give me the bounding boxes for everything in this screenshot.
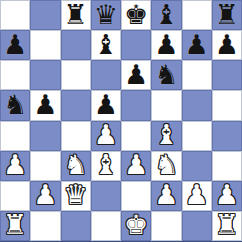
square-h1[interactable]: ♜ (212, 211, 242, 241)
square-h7[interactable]: ♟ (212, 30, 242, 60)
square-b1[interactable] (30, 211, 60, 241)
square-h2[interactable]: ♟ (212, 181, 242, 211)
piece-black-pawn[interactable]: ♟ (154, 31, 178, 58)
piece-white-pawn[interactable]: ♟ (3, 151, 27, 178)
piece-black-pawn[interactable]: ♟ (3, 31, 27, 58)
square-b5[interactable]: ♟ (30, 90, 60, 120)
square-g7[interactable]: ♟ (182, 30, 212, 60)
square-d6[interactable] (91, 60, 121, 90)
square-b3[interactable] (30, 151, 60, 181)
piece-white-rook[interactable]: ♜ (215, 211, 239, 238)
piece-black-bishop[interactable]: ♝ (94, 31, 118, 58)
piece-black-pawn[interactable]: ♟ (94, 91, 118, 118)
square-e1[interactable]: ♚ (121, 211, 151, 241)
piece-black-rook[interactable]: ♜ (64, 1, 88, 28)
square-d5[interactable]: ♟ (91, 90, 121, 120)
square-f4[interactable]: ♝ (151, 121, 181, 151)
piece-white-queen[interactable]: ♛ (64, 181, 88, 208)
square-a6[interactable] (0, 60, 30, 90)
square-c4[interactable] (61, 121, 91, 151)
square-a1[interactable]: ♜ (0, 211, 30, 241)
square-c5[interactable] (61, 90, 91, 120)
square-e7[interactable] (121, 30, 151, 60)
piece-white-pawn[interactable]: ♟ (154, 181, 178, 208)
square-b7[interactable] (30, 30, 60, 60)
piece-white-pawn[interactable]: ♟ (94, 121, 118, 148)
square-f7[interactable]: ♟ (151, 30, 181, 60)
square-d2[interactable] (91, 181, 121, 211)
square-b6[interactable] (30, 60, 60, 90)
square-h6[interactable] (212, 60, 242, 90)
square-e6[interactable]: ♟ (121, 60, 151, 90)
square-b4[interactable] (30, 121, 60, 151)
chess-board: ♜♛♚♝♜♟♝♟♟♟♟♞♞♟♟♟♝♟♞♝♟♞♟♛♟♟♟♜♚♜ (0, 0, 242, 242)
piece-white-bishop[interactable]: ♝ (94, 151, 118, 178)
square-c8[interactable]: ♜ (61, 0, 91, 30)
square-h5[interactable] (212, 90, 242, 120)
square-c7[interactable] (61, 30, 91, 60)
square-f5[interactable] (151, 90, 181, 120)
square-d1[interactable] (91, 211, 121, 241)
piece-white-knight[interactable]: ♞ (154, 151, 178, 178)
square-g4[interactable] (182, 121, 212, 151)
square-c2[interactable]: ♛ (61, 181, 91, 211)
square-c1[interactable] (61, 211, 91, 241)
square-g2[interactable]: ♟ (182, 181, 212, 211)
square-f8[interactable]: ♝ (151, 0, 181, 30)
square-d8[interactable]: ♛ (91, 0, 121, 30)
piece-white-pawn[interactable]: ♟ (124, 151, 148, 178)
square-a8[interactable] (0, 0, 30, 30)
square-d4[interactable]: ♟ (91, 121, 121, 151)
square-a5[interactable]: ♞ (0, 90, 30, 120)
square-e3[interactable]: ♟ (121, 151, 151, 181)
piece-black-pawn[interactable]: ♟ (185, 31, 209, 58)
square-c6[interactable] (61, 60, 91, 90)
square-a3[interactable]: ♟ (0, 151, 30, 181)
square-c3[interactable]: ♞ (61, 151, 91, 181)
square-h3[interactable] (212, 151, 242, 181)
piece-black-rook[interactable]: ♜ (215, 1, 239, 28)
square-a7[interactable]: ♟ (0, 30, 30, 60)
piece-white-knight[interactable]: ♞ (64, 151, 88, 178)
square-b2[interactable]: ♟ (30, 181, 60, 211)
square-f2[interactable]: ♟ (151, 181, 181, 211)
square-h8[interactable]: ♜ (212, 0, 242, 30)
piece-black-knight[interactable]: ♞ (3, 91, 27, 118)
square-e2[interactable] (121, 181, 151, 211)
piece-black-queen[interactable]: ♛ (94, 1, 118, 28)
piece-black-king[interactable]: ♚ (124, 1, 148, 28)
square-d7[interactable]: ♝ (91, 30, 121, 60)
square-e4[interactable] (121, 121, 151, 151)
piece-white-pawn[interactable]: ♟ (33, 181, 57, 208)
square-f1[interactable] (151, 211, 181, 241)
square-a2[interactable] (0, 181, 30, 211)
piece-black-pawn[interactable]: ♟ (215, 31, 239, 58)
piece-white-pawn[interactable]: ♟ (185, 181, 209, 208)
piece-white-rook[interactable]: ♜ (3, 211, 27, 238)
piece-white-king[interactable]: ♚ (124, 211, 148, 238)
square-g3[interactable] (182, 151, 212, 181)
piece-black-knight[interactable]: ♞ (154, 61, 178, 88)
piece-white-pawn[interactable]: ♟ (215, 181, 239, 208)
square-e8[interactable]: ♚ (121, 0, 151, 30)
square-f6[interactable]: ♞ (151, 60, 181, 90)
piece-black-pawn[interactable]: ♟ (124, 61, 148, 88)
square-g6[interactable] (182, 60, 212, 90)
piece-black-pawn[interactable]: ♟ (33, 91, 57, 118)
square-d3[interactable]: ♝ (91, 151, 121, 181)
square-h4[interactable] (212, 121, 242, 151)
square-g5[interactable] (182, 90, 212, 120)
square-b8[interactable] (30, 0, 60, 30)
square-a4[interactable] (0, 121, 30, 151)
square-g1[interactable] (182, 211, 212, 241)
square-g8[interactable] (182, 0, 212, 30)
square-e5[interactable] (121, 90, 151, 120)
piece-black-bishop[interactable]: ♝ (154, 1, 178, 28)
piece-white-bishop[interactable]: ♝ (154, 121, 178, 148)
square-f3[interactable]: ♞ (151, 151, 181, 181)
